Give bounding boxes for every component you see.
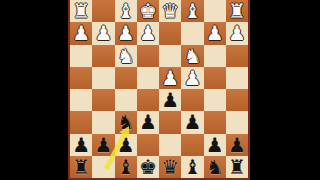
black-pawn-piece: ♟ xyxy=(115,134,137,156)
square-f1[interactable]: ♝ xyxy=(115,0,137,22)
square-a5[interactable] xyxy=(226,89,248,111)
square-b8[interactable]: ♞ xyxy=(204,156,226,178)
square-h8[interactable]: ♜ xyxy=(70,156,92,178)
white-pawn-piece: ♟ xyxy=(159,67,181,89)
black-pawn-piece: ♟ xyxy=(70,134,92,156)
square-c3[interactable]: ♞ xyxy=(181,45,203,67)
square-g6[interactable] xyxy=(92,111,114,133)
square-c7[interactable] xyxy=(181,134,203,156)
square-a3[interactable] xyxy=(226,45,248,67)
square-g1[interactable] xyxy=(92,0,114,22)
white-pawn-piece: ♟ xyxy=(115,22,137,44)
square-d1[interactable]: ♛ xyxy=(159,0,181,22)
square-c4[interactable]: ♟ xyxy=(181,67,203,89)
chess-board: ♜♝♚♛♝♜♟♟♟♟♟♟♞♞♟♟♟♞♟♟♟♟♟♟♟♜♝♚♛♝♞♜ xyxy=(68,0,250,180)
square-h6[interactable] xyxy=(70,111,92,133)
square-a7[interactable]: ♟ xyxy=(226,134,248,156)
square-d5[interactable]: ♟ xyxy=(159,89,181,111)
square-b7[interactable]: ♟ xyxy=(204,134,226,156)
white-rook-piece: ♜ xyxy=(70,0,92,22)
square-b5[interactable] xyxy=(204,89,226,111)
black-pawn-piece: ♟ xyxy=(92,134,114,156)
square-e6[interactable]: ♟ xyxy=(137,111,159,133)
square-f7[interactable]: ♟ xyxy=(115,134,137,156)
square-d8[interactable]: ♛ xyxy=(159,156,181,178)
white-pawn-piece: ♟ xyxy=(181,67,203,89)
letterbox-right xyxy=(250,0,320,180)
square-e5[interactable] xyxy=(137,89,159,111)
square-h4[interactable] xyxy=(70,67,92,89)
square-f2[interactable]: ♟ xyxy=(115,22,137,44)
square-a8[interactable]: ♜ xyxy=(226,156,248,178)
black-bishop-piece: ♝ xyxy=(181,156,203,178)
square-g5[interactable] xyxy=(92,89,114,111)
square-h3[interactable] xyxy=(70,45,92,67)
square-a1[interactable]: ♜ xyxy=(226,0,248,22)
black-pawn-piece: ♟ xyxy=(181,111,203,133)
square-b4[interactable] xyxy=(204,67,226,89)
square-h1[interactable]: ♜ xyxy=(70,0,92,22)
black-pawn-piece: ♟ xyxy=(137,111,159,133)
square-h7[interactable]: ♟ xyxy=(70,134,92,156)
black-bishop-piece: ♝ xyxy=(115,156,137,178)
square-g8[interactable] xyxy=(92,156,114,178)
black-rook-piece: ♜ xyxy=(226,156,248,178)
black-pawn-piece: ♟ xyxy=(204,134,226,156)
square-c1[interactable]: ♝ xyxy=(181,0,203,22)
square-c5[interactable] xyxy=(181,89,203,111)
white-queen-piece: ♛ xyxy=(159,0,181,22)
square-g7[interactable]: ♟ xyxy=(92,134,114,156)
square-e3[interactable] xyxy=(137,45,159,67)
square-a4[interactable] xyxy=(226,67,248,89)
square-a6[interactable] xyxy=(226,111,248,133)
black-rook-piece: ♜ xyxy=(70,156,92,178)
letterbox-left xyxy=(0,0,68,180)
square-f5[interactable] xyxy=(115,89,137,111)
square-b6[interactable] xyxy=(204,111,226,133)
square-c8[interactable]: ♝ xyxy=(181,156,203,178)
white-rook-piece: ♜ xyxy=(226,0,248,22)
black-pawn-piece: ♟ xyxy=(226,134,248,156)
square-c6[interactable]: ♟ xyxy=(181,111,203,133)
white-pawn-piece: ♟ xyxy=(70,22,92,44)
white-pawn-piece: ♟ xyxy=(204,22,226,44)
square-f8[interactable]: ♝ xyxy=(115,156,137,178)
square-d2[interactable] xyxy=(159,22,181,44)
white-pawn-piece: ♟ xyxy=(226,22,248,44)
square-d6[interactable] xyxy=(159,111,181,133)
square-d7[interactable] xyxy=(159,134,181,156)
square-f4[interactable] xyxy=(115,67,137,89)
video-frame: ♜♝♚♛♝♜♟♟♟♟♟♟♞♞♟♟♟♞♟♟♟♟♟♟♟♜♝♚♛♝♞♜ xyxy=(0,0,320,180)
white-king-piece: ♚ xyxy=(137,0,159,22)
square-e1[interactable]: ♚ xyxy=(137,0,159,22)
square-e8[interactable]: ♚ xyxy=(137,156,159,178)
white-bishop-piece: ♝ xyxy=(115,0,137,22)
square-g2[interactable]: ♟ xyxy=(92,22,114,44)
square-b2[interactable]: ♟ xyxy=(204,22,226,44)
white-knight-piece: ♞ xyxy=(115,45,137,67)
black-knight-piece: ♞ xyxy=(115,111,137,133)
square-h5[interactable] xyxy=(70,89,92,111)
white-knight-piece: ♞ xyxy=(181,45,203,67)
board-grid: ♜♝♚♛♝♜♟♟♟♟♟♟♞♞♟♟♟♞♟♟♟♟♟♟♟♜♝♚♛♝♞♜ xyxy=(70,0,248,178)
square-g4[interactable] xyxy=(92,67,114,89)
square-f6[interactable]: ♞ xyxy=(115,111,137,133)
white-pawn-piece: ♟ xyxy=(92,22,114,44)
black-queen-piece: ♛ xyxy=(159,156,181,178)
white-bishop-piece: ♝ xyxy=(181,0,203,22)
square-h2[interactable]: ♟ xyxy=(70,22,92,44)
square-c2[interactable] xyxy=(181,22,203,44)
square-a2[interactable]: ♟ xyxy=(226,22,248,44)
square-e2[interactable]: ♟ xyxy=(137,22,159,44)
square-d4[interactable]: ♟ xyxy=(159,67,181,89)
square-e4[interactable] xyxy=(137,67,159,89)
square-b3[interactable] xyxy=(204,45,226,67)
black-king-piece: ♚ xyxy=(137,156,159,178)
square-e7[interactable] xyxy=(137,134,159,156)
square-b1[interactable] xyxy=(204,0,226,22)
square-g3[interactable] xyxy=(92,45,114,67)
square-f3[interactable]: ♞ xyxy=(115,45,137,67)
white-pawn-piece: ♟ xyxy=(137,22,159,44)
square-d3[interactable] xyxy=(159,45,181,67)
black-knight-piece: ♞ xyxy=(204,156,226,178)
black-pawn-piece: ♟ xyxy=(159,89,181,111)
